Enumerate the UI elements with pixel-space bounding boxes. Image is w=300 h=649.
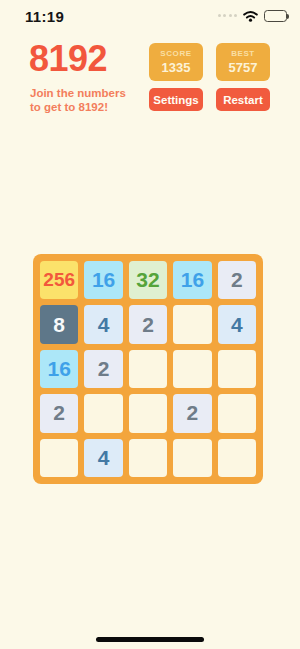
cell-empty	[84, 394, 122, 432]
tile-2: 2	[84, 350, 122, 388]
cell-empty	[218, 394, 256, 432]
score-value: 1335	[162, 60, 191, 75]
cell-empty	[129, 350, 167, 388]
home-indicator[interactable]	[96, 637, 204, 642]
settings-button[interactable]: Settings	[149, 88, 203, 111]
game-board[interactable]: 25616321628424162224	[33, 254, 263, 484]
restart-button[interactable]: Restart	[216, 88, 270, 111]
tile-4: 4	[218, 305, 256, 343]
tile-2: 2	[40, 394, 78, 432]
best-box: BEST 5757	[216, 43, 270, 81]
tile-4: 4	[84, 439, 122, 477]
cell-empty	[173, 350, 211, 388]
tile-2: 2	[129, 305, 167, 343]
subtitle-line-2: to get to 8192!	[30, 100, 126, 114]
status-icons	[218, 9, 288, 23]
page-title: 8192	[29, 41, 107, 77]
status-bar: 11:19	[0, 0, 300, 30]
tile-16: 16	[173, 261, 211, 299]
cell-empty	[129, 394, 167, 432]
tile-2: 2	[173, 394, 211, 432]
score-box: SCORE 1335	[149, 43, 203, 81]
tile-32: 32	[129, 261, 167, 299]
cell-empty	[173, 439, 211, 477]
cell-empty	[218, 439, 256, 477]
subtitle: Join the numbers to get to 8192!	[30, 86, 126, 114]
cell-empty	[40, 439, 78, 477]
best-value: 5757	[229, 60, 258, 75]
tile-4: 4	[84, 305, 122, 343]
battery-icon	[264, 10, 287, 22]
best-label: BEST	[231, 49, 255, 58]
tile-256: 256	[40, 261, 78, 299]
tile-2: 2	[218, 261, 256, 299]
status-time: 11:19	[25, 8, 64, 25]
score-label: SCORE	[160, 49, 191, 58]
cell-empty	[129, 439, 167, 477]
wifi-icon	[242, 10, 259, 22]
cell-empty	[218, 350, 256, 388]
tile-16: 16	[40, 350, 78, 388]
cell-empty	[173, 305, 211, 343]
subtitle-line-1: Join the numbers	[30, 86, 126, 100]
cellular-signal-icon	[218, 14, 238, 19]
tile-8: 8	[40, 305, 78, 343]
tile-16: 16	[84, 261, 122, 299]
